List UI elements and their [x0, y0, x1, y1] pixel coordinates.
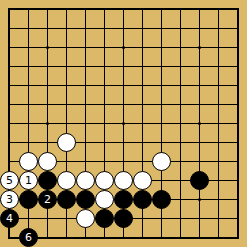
stone-white	[95, 190, 114, 209]
stone-black	[114, 190, 133, 209]
stone-black	[19, 190, 38, 209]
stone-white	[57, 133, 76, 152]
stone-black	[133, 190, 152, 209]
stone-black	[76, 190, 95, 209]
stone-black	[152, 190, 171, 209]
stone-black	[190, 171, 209, 190]
stone-black	[38, 171, 57, 190]
stone-white	[19, 152, 38, 171]
stone-white-move-3: 3	[0, 190, 19, 209]
stone-black-move-6: 6	[19, 228, 38, 247]
stone-white	[114, 171, 133, 190]
go-board[interactable]: 513246	[0, 0, 247, 247]
stone-white-move-1: 1	[19, 171, 38, 190]
stone-black-move-4: 4	[0, 209, 19, 228]
stone-white	[76, 171, 95, 190]
go-diagram: 513246	[0, 0, 247, 247]
stone-white	[76, 209, 95, 228]
stone-white	[152, 152, 171, 171]
stone-white	[57, 171, 76, 190]
stone-white	[133, 171, 152, 190]
stone-black	[57, 190, 76, 209]
stones-layer: 513246	[0, 0, 247, 247]
stone-white	[38, 152, 57, 171]
stone-white	[95, 171, 114, 190]
stone-black	[114, 209, 133, 228]
stone-black	[95, 209, 114, 228]
stone-black-move-2: 2	[38, 190, 57, 209]
stone-white-move-5: 5	[0, 171, 19, 190]
